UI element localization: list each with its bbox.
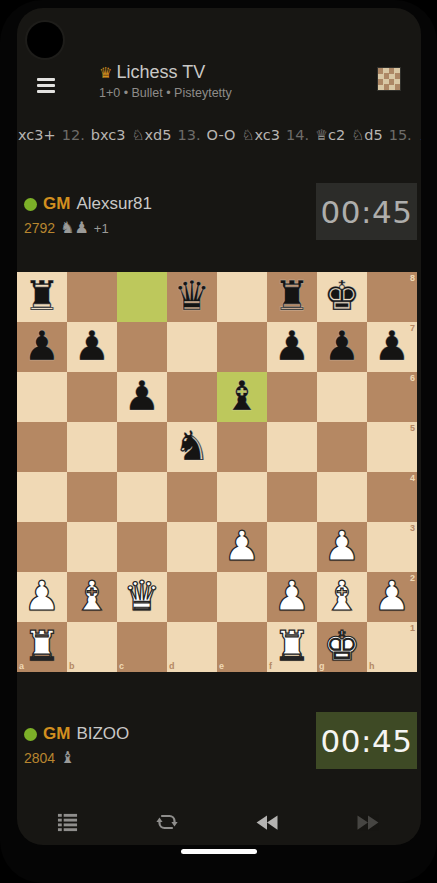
square-f8[interactable]: ♜ [267, 272, 317, 322]
square-c6[interactable]: ♟ [117, 372, 167, 422]
square-e5[interactable] [217, 422, 267, 472]
piece-white-rook[interactable]: ♜ [274, 626, 311, 667]
square-e7[interactable] [217, 322, 267, 372]
piece-white-queen[interactable]: ♛ [124, 576, 161, 617]
square-b4[interactable] [67, 472, 117, 522]
rank-label: 6 [410, 374, 415, 383]
square-e8[interactable] [217, 272, 267, 322]
square-d2[interactable] [167, 572, 217, 622]
bottom-toolbar [17, 799, 417, 845]
player-rating: 2792 [24, 220, 55, 236]
crown-icon: ♛ [99, 64, 112, 82]
square-f3[interactable] [267, 522, 317, 572]
move-list: xc3+12.bxc3♘xd513.O-O♘xc314.♕c2♘d515.♗b2… [17, 120, 421, 150]
piece-white-bishop[interactable]: ♝ [324, 576, 361, 617]
rank-label: 8 [410, 274, 415, 283]
square-f1[interactable]: f♜ [267, 622, 317, 672]
square-a5[interactable] [17, 422, 67, 472]
rank-label: 3 [410, 524, 415, 533]
rank-label: 5 [410, 424, 415, 433]
square-g1[interactable]: g♚ [317, 622, 367, 672]
square-g5[interactable] [317, 422, 367, 472]
square-b2[interactable]: ♝ [67, 572, 117, 622]
captured-piece-icon: ♞ [60, 218, 74, 237]
square-g8[interactable]: ♚ [317, 272, 367, 322]
square-a3[interactable] [17, 522, 67, 572]
move-token[interactable]: bxc3 [91, 127, 126, 143]
move-token[interactable]: xc3+ [18, 127, 56, 143]
flip-board-icon[interactable] [151, 806, 183, 838]
move-list-icon[interactable] [52, 808, 83, 837]
online-dot [24, 728, 37, 741]
square-h5[interactable]: 5 [367, 422, 417, 472]
square-f7[interactable]: ♟ [267, 322, 317, 372]
rank-label: 1 [410, 624, 415, 633]
rewind-icon[interactable] [251, 809, 284, 836]
camera-cutout [27, 22, 63, 58]
square-c1[interactable]: c [117, 622, 167, 672]
move-token[interactable]: O-O [207, 127, 236, 143]
piece-black-pawn[interactable]: ♟ [124, 376, 161, 417]
piece-black-pawn[interactable]: ♟ [24, 326, 61, 367]
menu-icon[interactable] [37, 78, 55, 93]
square-d8[interactable]: ♛ [167, 272, 217, 322]
piece-black-pawn[interactable]: ♟ [324, 326, 361, 367]
square-a1[interactable]: a♜ [17, 622, 67, 672]
square-b5[interactable] [67, 422, 117, 472]
player-top: GM Alexsur81 2792 ♞♟ +1 00:45 [17, 170, 421, 266]
home-indicator[interactable] [181, 849, 257, 854]
square-c8[interactable] [117, 272, 167, 322]
square-g2[interactable]: ♝ [317, 572, 367, 622]
move-token[interactable]: ♘xc3 [241, 127, 280, 143]
rank-label: 7 [410, 324, 415, 333]
square-b6[interactable] [67, 372, 117, 422]
file-label: c [119, 662, 124, 671]
square-e3[interactable]: ♟ [217, 522, 267, 572]
piece-white-pawn[interactable]: ♟ [324, 526, 361, 567]
piece-black-bishop[interactable]: ♝ [224, 376, 261, 417]
square-g3[interactable]: ♟ [317, 522, 367, 572]
square-g7[interactable]: ♟ [317, 322, 367, 372]
square-h1[interactable]: 1h [367, 622, 417, 672]
square-a4[interactable] [17, 472, 67, 522]
square-h2[interactable]: 2♟ [367, 572, 417, 622]
captured-piece-icon: ♝ [60, 748, 74, 767]
square-d7[interactable] [167, 322, 217, 372]
player-title: GM [43, 724, 70, 744]
piece-black-pawn[interactable]: ♟ [74, 326, 111, 367]
piece-white-king[interactable]: ♚ [324, 626, 361, 667]
square-f5[interactable] [267, 422, 317, 472]
piece-white-pawn[interactable]: ♟ [274, 576, 311, 617]
square-c4[interactable] [117, 472, 167, 522]
piece-black-pawn[interactable]: ♟ [274, 326, 311, 367]
phone-frame: ♛ Lichess TV 1+0 • Bullet • Pisteytetty … [0, 0, 437, 883]
square-f2[interactable]: ♟ [267, 572, 317, 622]
square-h6[interactable]: 6 [367, 372, 417, 422]
square-b3[interactable] [67, 522, 117, 572]
fast-forward-icon[interactable] [351, 809, 384, 836]
material-advantage: +1 [94, 221, 109, 236]
rank-label: 2 [410, 574, 415, 583]
player-bottom: GM BIZOO 2804 ♝ 00:45 [17, 700, 421, 796]
file-label: f [269, 662, 272, 671]
file-label: b [69, 662, 75, 671]
square-e2[interactable] [217, 572, 267, 622]
app-screen: ♛ Lichess TV 1+0 • Bullet • Pisteytetty … [17, 8, 421, 845]
move-number: 15. [389, 127, 412, 143]
square-a7[interactable]: ♟ [17, 322, 67, 372]
square-e6[interactable]: ♝ [217, 372, 267, 422]
square-d5[interactable]: ♞ [167, 422, 217, 472]
square-g6[interactable] [317, 372, 367, 422]
square-h4[interactable]: 4 [367, 472, 417, 522]
move-token[interactable]: ♕c2 [315, 127, 345, 143]
square-c7[interactable] [117, 322, 167, 372]
move-number: 12. [62, 127, 85, 143]
piece-black-queen[interactable]: ♛ [174, 276, 211, 317]
player-name[interactable]: BIZOO [76, 724, 129, 744]
piece-white-rook[interactable]: ♜ [24, 626, 61, 667]
captured-pieces: ♝ [60, 750, 74, 766]
square-d1[interactable]: d [167, 622, 217, 672]
square-a6[interactable] [17, 372, 67, 422]
square-e1[interactable]: e [217, 622, 267, 672]
piece-black-pawn[interactable]: ♟ [374, 326, 411, 367]
app-header: ♛ Lichess TV 1+0 • Bullet • Pisteytetty [17, 54, 421, 116]
move-token[interactable]: ♗b2 [418, 127, 421, 143]
piece-black-rook[interactable]: ♜ [24, 276, 61, 317]
captured-piece-icon: ♟ [75, 218, 89, 237]
clock-top: 00:45 [316, 183, 417, 240]
player-title: GM [43, 194, 70, 214]
move-number: 14. [286, 127, 309, 143]
title-block: ♛ Lichess TV 1+0 • Bullet • Pisteytetty [99, 62, 232, 100]
file-label: d [169, 662, 175, 671]
square-a2[interactable]: ♟ [17, 572, 67, 622]
piece-white-pawn[interactable]: ♟ [224, 526, 261, 567]
piece-white-bishop[interactable]: ♝ [74, 576, 111, 617]
captured-pieces: ♞♟ [60, 220, 89, 236]
clock-bottom-active: 00:45 [316, 712, 417, 769]
piece-black-knight[interactable]: ♞ [174, 426, 211, 467]
piece-white-pawn[interactable]: ♟ [24, 576, 61, 617]
square-e4[interactable] [217, 472, 267, 522]
page-title: Lichess TV [116, 62, 205, 83]
square-h3[interactable]: 3 [367, 522, 417, 572]
game-subtitle: 1+0 • Bullet • Pisteytetty [99, 86, 232, 100]
move-number: 13. [178, 127, 201, 143]
rank-label: 4 [410, 474, 415, 483]
square-f4[interactable] [267, 472, 317, 522]
square-b7[interactable]: ♟ [67, 322, 117, 372]
square-b1[interactable]: b [67, 622, 117, 672]
file-label: e [219, 662, 224, 671]
player-rating: 2804 [24, 750, 55, 766]
online-dot [24, 198, 37, 211]
square-c3[interactable] [117, 522, 167, 572]
piece-black-rook[interactable]: ♜ [274, 276, 311, 317]
square-h8[interactable]: 8 [367, 272, 417, 322]
square-d4[interactable] [167, 472, 217, 522]
board-icon[interactable] [378, 68, 400, 90]
board: ♜♛♜♚8♟♟♟♟7♟♟♝6♞54♟♟3♟♝♛♟♝2♟a♜bcdef♜g♚1h [17, 272, 417, 672]
player-name[interactable]: Alexsur81 [76, 194, 152, 214]
square-f6[interactable] [267, 372, 317, 422]
square-b8[interactable] [67, 272, 117, 322]
square-h7[interactable]: 7♟ [367, 322, 417, 372]
piece-white-pawn[interactable]: ♟ [374, 576, 411, 617]
square-d3[interactable] [167, 522, 217, 572]
square-c2[interactable]: ♛ [117, 572, 167, 622]
square-a8[interactable]: ♜ [17, 272, 67, 322]
square-g4[interactable] [317, 472, 367, 522]
square-d6[interactable] [167, 372, 217, 422]
square-c5[interactable] [117, 422, 167, 472]
file-label: h [369, 662, 375, 671]
move-token[interactable]: ♘d5 [351, 127, 382, 143]
piece-black-king[interactable]: ♚ [324, 276, 361, 317]
move-token[interactable]: ♘xd5 [131, 127, 171, 143]
